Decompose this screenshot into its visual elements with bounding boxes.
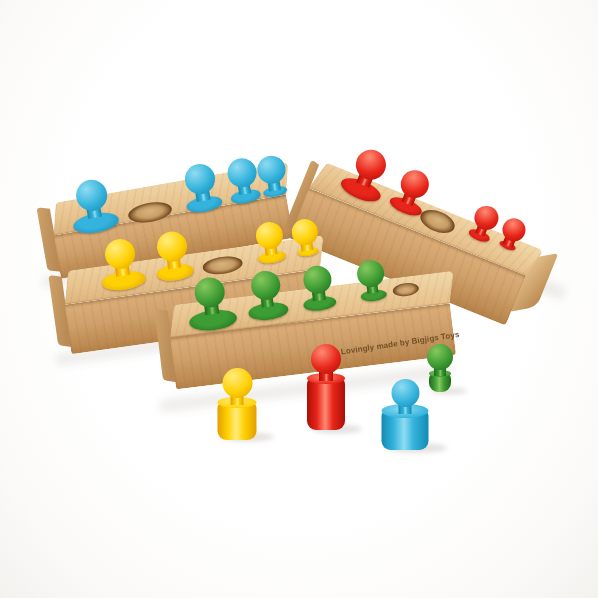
green-cylinder-2 xyxy=(244,269,290,322)
green-cylinder-1 xyxy=(184,275,238,334)
loose-yellow-cylinder xyxy=(218,368,257,440)
green-cylinder-3 xyxy=(299,264,337,312)
peg-knob xyxy=(301,264,332,295)
peg-knob xyxy=(193,276,226,309)
peg-knob xyxy=(290,217,319,246)
peg-knob xyxy=(73,177,109,213)
peg-body xyxy=(307,378,345,430)
peg-knob xyxy=(225,156,259,190)
peg-knob xyxy=(155,230,189,264)
peg-body xyxy=(382,410,429,450)
blue-cylinder-3 xyxy=(180,161,224,215)
loose-red-cylinder xyxy=(307,344,345,430)
peg-knob xyxy=(183,162,218,197)
peg-knob xyxy=(391,379,419,407)
peg-knob xyxy=(249,269,281,301)
loose-green-cylinder xyxy=(427,344,453,392)
peg-knob xyxy=(103,237,137,271)
peg-knob xyxy=(356,259,386,289)
yellow-cylinder-1 xyxy=(96,236,147,293)
green-cylinder-4 xyxy=(356,259,388,303)
blue-cylinder-1 xyxy=(66,176,121,237)
loose-blue-cylinder xyxy=(382,379,429,450)
yellow-cylinder-4 xyxy=(253,220,286,265)
blue-cylinder-5 xyxy=(255,154,290,199)
peg-knob xyxy=(254,220,284,250)
product-photo-scene: Lovingly made by Bigjigs Toys xyxy=(0,0,598,598)
peg-knob xyxy=(427,344,453,370)
peg-knob xyxy=(222,368,252,398)
yellow-cylinder-5 xyxy=(290,217,321,258)
peg-knob xyxy=(311,344,341,374)
peg-body xyxy=(218,402,257,440)
peg-knob xyxy=(255,154,287,186)
yellow-cylinder-2 xyxy=(151,229,194,282)
